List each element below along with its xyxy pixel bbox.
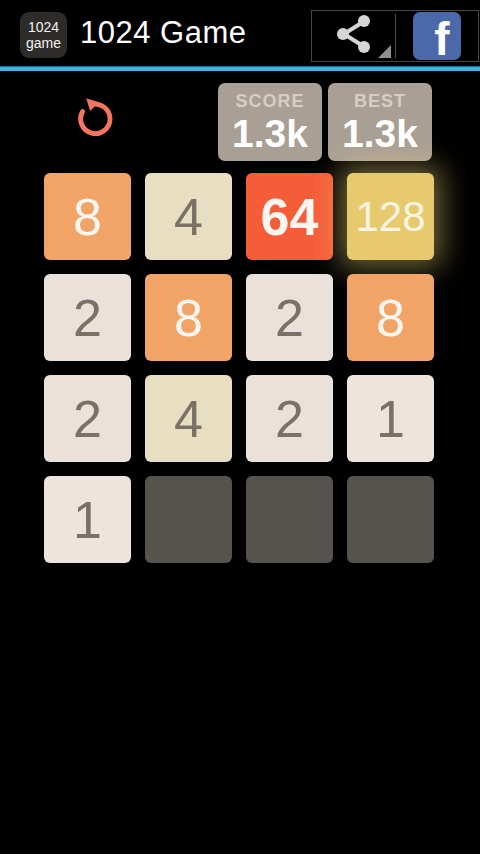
- empty-cell: [145, 476, 232, 563]
- empty-cell: [347, 476, 434, 563]
- tile-4: 4: [145, 173, 232, 260]
- tile-2: 2: [44, 375, 131, 462]
- tile-1: 1: [347, 375, 434, 462]
- empty-cell: [246, 476, 333, 563]
- tile-8: 8: [44, 173, 131, 260]
- app-icon: 1024 game: [20, 12, 67, 58]
- facebook-button[interactable]: f: [396, 11, 478, 61]
- best-label: BEST: [354, 91, 406, 112]
- facebook-letter: f: [434, 18, 449, 60]
- tile-128: 128: [347, 173, 434, 260]
- facebook-icon: f: [413, 12, 461, 60]
- tile-2: 2: [246, 375, 333, 462]
- tile-2: 2: [246, 274, 333, 361]
- score-value: 1.3k: [232, 112, 308, 156]
- app-screen: 1024 game 1024 Game: [0, 0, 480, 854]
- tile-8: 8: [145, 274, 232, 361]
- score-box: SCORE 1.3k: [218, 83, 322, 161]
- app-icon-line1: 1024: [28, 19, 59, 35]
- tile-8: 8: [347, 274, 434, 361]
- action-buttons-group: f: [311, 10, 479, 62]
- restart-icon: [72, 127, 119, 142]
- board[interactable]: 8464128282824211: [44, 173, 434, 563]
- share-icon: [333, 13, 375, 59]
- app-icon-line2: game: [26, 35, 61, 51]
- action-bar: 1024 game 1024 Game: [0, 0, 480, 66]
- best-box: BEST 1.3k: [328, 83, 432, 161]
- share-button[interactable]: [312, 11, 395, 61]
- page-title: 1024 Game: [80, 0, 247, 66]
- tile-2: 2: [44, 274, 131, 361]
- best-value: 1.3k: [342, 112, 418, 156]
- tile-64: 64: [246, 173, 333, 260]
- tile-4: 4: [145, 375, 232, 462]
- score-label: SCORE: [235, 91, 304, 112]
- actionbar-underline: [0, 66, 480, 71]
- tile-1: 1: [44, 476, 131, 563]
- overflow-corner-icon: [378, 45, 391, 58]
- restart-button[interactable]: [72, 92, 119, 139]
